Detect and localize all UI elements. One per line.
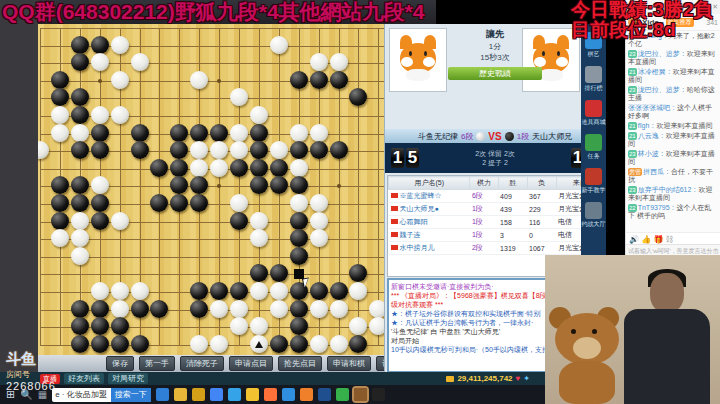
white-stone <box>310 212 328 230</box>
black-stone <box>91 317 109 335</box>
white-stone <box>111 36 129 54</box>
history-button[interactable]: 歷史戰績 <box>448 67 542 80</box>
white-stone <box>51 124 69 142</box>
black-stone <box>51 88 69 106</box>
game-action-button[interactable]: 申请点目 <box>229 356 273 371</box>
white-stone <box>210 141 228 159</box>
clock-digit: 1 <box>391 148 404 168</box>
sidebar-app-label: 新手教学 <box>582 187 606 193</box>
white-stone <box>330 300 348 318</box>
white-stone <box>290 194 308 212</box>
user-list-header: 负 <box>527 177 556 190</box>
black-stone <box>310 282 328 300</box>
black-stone <box>51 176 69 194</box>
treasure-icon[interactable]: ♥ <box>516 374 521 383</box>
chat-message-list[interactable]: PFshutong：到来了，抱歉2个亿23泷巴拉、追梦：欢迎来到本直播间21冰冷… <box>626 31 720 221</box>
chat-message: 23林小波：欢迎来到本直播间 <box>626 149 720 167</box>
star-point <box>98 79 102 83</box>
black-stone <box>330 141 348 159</box>
white-stone <box>250 229 268 247</box>
white-stone <box>91 106 109 124</box>
black-stone <box>150 159 168 177</box>
white-stone <box>111 282 129 300</box>
screenshot-stage: 保存第一手清除死子申请点目抢先点目申请和棋认输 讓先 1分 15 <box>0 0 720 404</box>
white-stone <box>310 229 328 247</box>
taskbar-app-icon[interactable] <box>192 388 205 401</box>
black-stone <box>91 300 109 318</box>
current-rank: 目前段位:8d <box>571 20 712 40</box>
webcam-view <box>545 255 720 404</box>
game-action-button[interactable]: 第一手 <box>139 356 175 371</box>
white-stone <box>71 247 89 265</box>
douyu-watermark: 斗鱼 房间号 2268066 <box>6 350 56 392</box>
black-stone <box>111 335 129 353</box>
gift-icon[interactable]: ✦ <box>523 374 530 383</box>
sidebar-app-label: 棋艺 <box>588 51 600 57</box>
game-action-button[interactable]: 清除死子 <box>180 356 224 371</box>
sidebar-app-icon[interactable] <box>585 134 602 151</box>
star-point <box>217 79 221 83</box>
chat-message: 21fīgh：欢迎来到本直播间 <box>626 121 720 131</box>
user-row[interactable]: 天山大师兄●1段439229月光宝盒 <box>389 203 604 216</box>
clock-middle-info: 2次 保留 2次 2 提子 2 <box>475 149 515 167</box>
white-stone <box>71 124 89 142</box>
black-stone <box>170 176 188 194</box>
handicap-label: 讓先 <box>448 28 542 41</box>
teddy-bear <box>547 307 633 404</box>
white-stone <box>51 106 69 124</box>
black-stone <box>310 71 328 89</box>
grid-line-h <box>40 28 384 29</box>
black-stone <box>210 124 228 142</box>
chat-placeholder: 试着输入'w呵呵'，善意发言送分击 <box>628 248 719 254</box>
taskbar-app-icon[interactable] <box>372 388 385 401</box>
white-stone <box>190 335 208 353</box>
black-stone <box>310 141 328 159</box>
qq-group-banner: QQ群(648302212)野狐九段*4其他網站九段*4 <box>2 1 424 23</box>
left-dark-strip <box>0 0 38 375</box>
white-clock: 15 <box>391 148 419 168</box>
taskbar-app-icon[interactable] <box>210 388 223 401</box>
black-stone <box>190 176 208 194</box>
chat-message: 房管拼西瓜：合任，不要干扰 <box>626 167 720 185</box>
black-stone <box>270 159 288 177</box>
white-stone <box>111 71 129 89</box>
black-stone <box>190 124 208 142</box>
white-stone <box>270 36 288 54</box>
white-player-avatar <box>389 28 447 92</box>
white-stone <box>349 282 367 300</box>
search-go-button[interactable]: 搜索一下 <box>111 388 151 402</box>
sidebar-app-label: 道具商城 <box>582 119 606 125</box>
white-stone <box>310 335 328 353</box>
white-stone <box>290 159 308 177</box>
white-stone <box>111 106 129 124</box>
black-stone <box>290 176 308 194</box>
byoyomi-label: 15秒3次 <box>448 52 542 63</box>
black-stone <box>290 71 308 89</box>
tab-friend-list[interactable]: 好友列表 <box>64 373 104 384</box>
chat-message: 23放弃手中的结612：欢迎来到本直播间 <box>626 185 720 203</box>
black-stone <box>230 159 248 177</box>
white-stone <box>111 212 129 230</box>
black-stone <box>250 124 268 142</box>
vs-label: VS <box>488 131 501 142</box>
black-stone <box>91 141 109 159</box>
coin-amount: 29,411,245,742 <box>457 374 512 383</box>
white-stone <box>71 229 89 247</box>
white-stone <box>230 300 248 318</box>
black-stone <box>91 36 109 54</box>
star-point <box>337 184 341 188</box>
taskbar-app-icon[interactable] <box>318 388 331 401</box>
main-time-label: 1分 <box>448 41 542 52</box>
white-stone-icon <box>476 132 485 141</box>
grid-line-h <box>40 98 384 99</box>
white-stone <box>290 124 308 142</box>
black-player-name: 天山大师兄 <box>532 131 572 142</box>
white-stone <box>250 282 268 300</box>
chat-message: 21八云逸：欢迎来到本直播间 <box>626 131 720 149</box>
white-stone <box>210 335 228 353</box>
white-stone <box>91 176 109 194</box>
grid-line-v <box>378 28 379 345</box>
clock-digit: 5 <box>406 148 419 168</box>
mouse-cursor <box>302 278 311 290</box>
user-row[interactable]: ※蓝光蜜蜂☆6段409367月光宝盒 <box>389 190 604 203</box>
white-stone <box>310 53 328 71</box>
black-stone <box>250 141 268 159</box>
taskbar-app-icon[interactable] <box>354 388 367 401</box>
taskbar-app-icon[interactable] <box>228 388 241 401</box>
sidebar-app-label: 排行榜 <box>585 85 603 91</box>
black-stone <box>270 335 288 353</box>
white-stone <box>230 317 248 335</box>
black-stone <box>91 335 109 353</box>
white-stone <box>230 88 248 106</box>
chat-message: 23泷巴拉、追梦：欢迎来到本直播间 <box>626 49 720 67</box>
sidebar-app-icon[interactable] <box>585 66 602 83</box>
white-player-name: 斗鱼无纪律 <box>418 131 458 142</box>
white-stone <box>190 71 208 89</box>
black-stone <box>290 229 308 247</box>
white-stone <box>250 106 268 124</box>
white-stone <box>369 300 384 318</box>
white-stone <box>210 159 228 177</box>
black-stone <box>190 300 208 318</box>
black-stone <box>290 247 308 265</box>
tab-game-study[interactable]: 对局研究 <box>108 373 148 384</box>
black-stone <box>190 194 208 212</box>
white-stone <box>310 124 328 142</box>
room-number: 2268066 <box>6 380 56 392</box>
sidebar-app-icon[interactable] <box>585 202 602 219</box>
black-stone <box>290 141 308 159</box>
black-stone <box>71 36 89 54</box>
black-stone <box>290 212 308 230</box>
game-button-bar: 保存第一手清除死子申请点目抢先点目申请和棋认输 <box>38 355 385 372</box>
white-stone <box>91 282 109 300</box>
browser-search-box[interactable]: e · 化妆品加盟 搜索一下 <box>52 388 151 402</box>
sidebar-app-icon[interactable] <box>585 100 602 117</box>
black-stone <box>71 317 89 335</box>
streamer-person <box>622 273 712 404</box>
chat-message: 23泷巴拉、追梦：哈哈你这主播 <box>626 85 720 103</box>
black-stone <box>71 300 89 318</box>
black-stone <box>250 176 268 194</box>
game-action-button[interactable]: 保存 <box>106 356 134 371</box>
black-stone <box>131 300 149 318</box>
black-stone <box>250 264 268 282</box>
record-banner: 今日戰績:3勝2負 目前段位:8d <box>571 0 712 40</box>
white-stone <box>51 229 69 247</box>
black-stone <box>131 124 149 142</box>
taskbar-app-icon[interactable] <box>156 388 169 401</box>
black-stone <box>330 282 348 300</box>
black-stone <box>71 141 89 159</box>
chat-message: 22TnT93795：这个人在乱下 棋手的吗 <box>626 203 720 221</box>
chat-message: 21冰冷橙翼：欢迎来到本直播间 <box>626 67 720 85</box>
black-stone <box>170 194 188 212</box>
clock-row: 15 2次 保留 2次 2 提子 2 12 <box>385 143 605 173</box>
sidebar-app-label: 约战大厅 <box>582 221 606 227</box>
black-stone-icon <box>505 132 514 141</box>
black-stone <box>51 71 69 89</box>
black-stone <box>131 335 149 353</box>
user-row[interactable]: 魏子连1段30电信 <box>389 229 604 242</box>
black-stone <box>230 212 248 230</box>
coin-icon <box>446 376 454 382</box>
taskbar-app-icon[interactable] <box>264 388 277 401</box>
taskbar-app-icon[interactable] <box>246 388 259 401</box>
white-stone <box>310 300 328 318</box>
taskbar-app-icon[interactable] <box>336 388 349 401</box>
black-stone <box>71 106 89 124</box>
black-stone <box>349 264 367 282</box>
game-setup-info: 讓先 1分 15秒3次 歷史戰績 <box>448 28 542 80</box>
black-stone <box>290 335 308 353</box>
white-stone <box>230 124 248 142</box>
black-stone <box>270 264 288 282</box>
go-board[interactable] <box>38 24 384 355</box>
black-stone <box>71 53 89 71</box>
white-stone <box>310 194 328 212</box>
user-list-header: 胜 <box>498 177 527 190</box>
black-stone <box>190 282 208 300</box>
black-stone <box>170 141 188 159</box>
white-stone <box>330 53 348 71</box>
black-stone <box>150 300 168 318</box>
taskbar-app-icon[interactable] <box>174 388 187 401</box>
white-stone <box>369 317 384 335</box>
grid-line-h <box>40 274 384 275</box>
user-list-header: 用户名(5) <box>389 177 470 190</box>
black-stone <box>250 159 268 177</box>
white-stone <box>190 141 208 159</box>
chat-message: 张张张张城吧：这个人棋手好多啊 <box>626 103 720 121</box>
white-stone <box>270 141 288 159</box>
white-stone <box>270 300 288 318</box>
black-stone <box>349 335 367 353</box>
white-stone <box>131 282 149 300</box>
black-stone <box>71 194 89 212</box>
star-point <box>217 184 221 188</box>
white-stone <box>71 212 89 230</box>
white-stone <box>38 141 49 159</box>
black-stone <box>111 317 129 335</box>
black-stone <box>71 176 89 194</box>
white-stone <box>230 141 248 159</box>
white-stone <box>210 300 228 318</box>
grid-line-h <box>40 257 384 258</box>
douyu-logo: 斗鱼 <box>6 350 56 369</box>
user-row[interactable]: 水中捞月儿2段13191067月光宝盒 <box>389 242 604 255</box>
white-stone <box>111 300 129 318</box>
black-player-rank: 1段 <box>517 131 529 142</box>
sidebar-app-icon[interactable] <box>585 168 602 185</box>
white-stone <box>250 212 268 230</box>
black-stone <box>91 194 109 212</box>
user-list-header: 棋力 <box>470 177 498 190</box>
white-stone <box>190 159 208 177</box>
white-stone <box>131 53 149 71</box>
white-stone <box>91 53 109 71</box>
black-stone <box>131 141 149 159</box>
user-row[interactable]: 心霜舞阳1段158116电信 <box>389 216 604 229</box>
fox-avatar-icon <box>398 37 438 81</box>
game-action-button[interactable]: 申请和棋 <box>327 356 371 371</box>
black-stone <box>71 88 89 106</box>
white-stone <box>349 317 367 335</box>
black-stone <box>290 300 308 318</box>
black-stone <box>270 176 288 194</box>
black-stone <box>170 124 188 142</box>
white-player-rank: 6段 <box>461 131 473 142</box>
taskbar-app-icon[interactable] <box>300 388 313 401</box>
sidebar-app-label: 任务 <box>588 153 600 159</box>
white-stone <box>330 335 348 353</box>
game-action-button[interactable]: 抢先点目 <box>278 356 322 371</box>
taskbar-app-icon[interactable] <box>282 388 295 401</box>
black-stone <box>330 71 348 89</box>
white-stone <box>250 317 268 335</box>
black-stone <box>210 282 228 300</box>
black-stone <box>91 212 109 230</box>
black-stone <box>150 194 168 212</box>
white-stone <box>230 194 248 212</box>
black-stone <box>230 282 248 300</box>
black-stone <box>170 159 188 177</box>
room-label: 房间号 <box>6 369 56 380</box>
black-stone <box>91 124 109 142</box>
black-stone <box>51 194 69 212</box>
black-stone <box>290 317 308 335</box>
grid-line-h <box>40 239 384 240</box>
last-move-triangle-marker <box>255 341 263 348</box>
black-stone <box>71 335 89 353</box>
white-stone <box>270 282 288 300</box>
today-record: 今日戰績:3勝2負 <box>571 0 712 20</box>
players-row: 斗鱼无纪律 6段 VS 1段 天山大师兄 <box>385 129 605 143</box>
black-stone <box>51 212 69 230</box>
black-stone <box>349 88 367 106</box>
